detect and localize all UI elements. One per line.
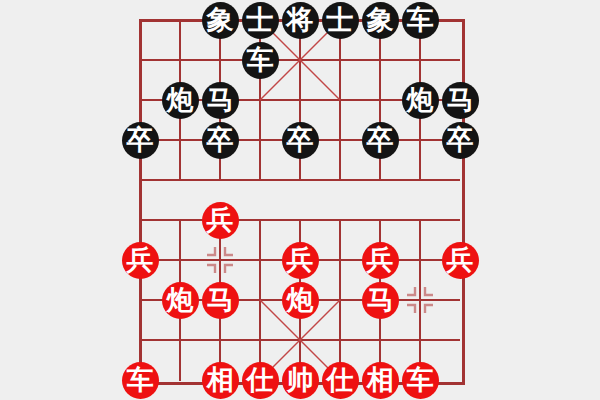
piece-black-cannon[interactable]: 炮 bbox=[402, 82, 439, 119]
piece-red-horse[interactable]: 马 bbox=[362, 282, 399, 319]
piece-black-advisor[interactable]: 士 bbox=[242, 2, 279, 39]
piece-black-horse[interactable]: 马 bbox=[442, 82, 479, 119]
piece-red-advisor[interactable]: 仕 bbox=[242, 362, 279, 399]
piece-black-chariot[interactable]: 车 bbox=[402, 2, 439, 39]
piece-red-soldier[interactable]: 兵 bbox=[442, 242, 479, 279]
piece-black-elephant[interactable]: 象 bbox=[202, 2, 239, 39]
xiangqi-board[interactable]: 象士将士象车车炮马炮马卒卒卒卒卒兵兵兵兵兵炮马炮马车相仕帅仕相车 bbox=[140, 20, 460, 380]
piece-red-soldier[interactable]: 兵 bbox=[282, 242, 319, 279]
piece-black-elephant[interactable]: 象 bbox=[362, 2, 399, 39]
piece-black-soldier[interactable]: 卒 bbox=[282, 122, 319, 159]
xiangqi-app-background: 象士将士象车车炮马炮马卒卒卒卒卒兵兵兵兵兵炮马炮马车相仕帅仕相车 bbox=[0, 0, 600, 400]
piece-red-soldier[interactable]: 兵 bbox=[122, 242, 159, 279]
piece-black-cannon[interactable]: 炮 bbox=[162, 82, 199, 119]
piece-red-cannon[interactable]: 炮 bbox=[162, 282, 199, 319]
piece-red-chariot[interactable]: 车 bbox=[402, 362, 439, 399]
piece-red-cannon[interactable]: 炮 bbox=[282, 282, 319, 319]
piece-black-chariot[interactable]: 车 bbox=[242, 42, 279, 79]
last-move-from-marker bbox=[405, 285, 435, 315]
piece-black-general[interactable]: 将 bbox=[282, 2, 319, 39]
piece-red-elephant[interactable]: 相 bbox=[202, 362, 239, 399]
palace-diagonals bbox=[140, 20, 460, 380]
piece-black-soldier[interactable]: 卒 bbox=[362, 122, 399, 159]
piece-red-horse[interactable]: 马 bbox=[202, 282, 239, 319]
piece-red-soldier[interactable]: 兵 bbox=[202, 202, 239, 239]
piece-black-soldier[interactable]: 卒 bbox=[442, 122, 479, 159]
piece-black-advisor[interactable]: 士 bbox=[322, 2, 359, 39]
piece-red-soldier[interactable]: 兵 bbox=[362, 242, 399, 279]
piece-red-general[interactable]: 帅 bbox=[282, 362, 319, 399]
piece-red-elephant[interactable]: 相 bbox=[362, 362, 399, 399]
piece-black-soldier[interactable]: 卒 bbox=[122, 122, 159, 159]
piece-black-soldier[interactable]: 卒 bbox=[202, 122, 239, 159]
piece-black-horse[interactable]: 马 bbox=[202, 82, 239, 119]
piece-red-advisor[interactable]: 仕 bbox=[322, 362, 359, 399]
piece-red-chariot[interactable]: 车 bbox=[122, 362, 159, 399]
last-move-from-marker bbox=[205, 245, 235, 275]
